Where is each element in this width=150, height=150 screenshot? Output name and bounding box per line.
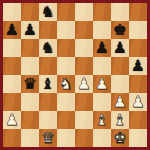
square-b7[interactable]: ♟ [21,21,39,39]
square-d1[interactable] [57,129,75,147]
black-pawn-h5: ♟ [129,57,147,75]
white-queen-c1: ♛ [39,129,57,147]
white-pawn-e4: ♟ [75,75,93,93]
square-e1[interactable] [75,129,93,147]
square-a3[interactable] [3,93,21,111]
square-f7[interactable] [93,21,111,39]
white-knight-d4: ♞ [57,75,75,93]
square-g2[interactable]: ♝ [111,111,129,129]
square-a1[interactable] [3,129,21,147]
square-a7[interactable]: ♟ [3,21,21,39]
chess-board: ♞♟♟♚♞♟♟♟♛♝♞♟♟♟♟♟♝♝♛♚ [3,3,147,147]
square-c6[interactable]: ♞ [39,39,57,57]
square-d8[interactable] [57,3,75,21]
square-f4[interactable]: ♟ [93,75,111,93]
square-h5[interactable]: ♟ [129,57,147,75]
square-d6[interactable] [57,39,75,57]
white-pawn-g3: ♟ [111,93,129,111]
square-b3[interactable] [21,93,39,111]
square-b8[interactable] [21,3,39,21]
square-e6[interactable] [75,39,93,57]
square-c1[interactable]: ♛ [39,129,57,147]
square-g8[interactable] [111,3,129,21]
square-a8[interactable] [3,3,21,21]
square-h2[interactable] [129,111,147,129]
square-e4[interactable]: ♟ [75,75,93,93]
square-d3[interactable] [57,93,75,111]
square-e2[interactable] [75,111,93,129]
square-c7[interactable] [39,21,57,39]
square-f1[interactable] [93,129,111,147]
square-a4[interactable] [3,75,21,93]
square-b5[interactable] [21,57,39,75]
square-d5[interactable] [57,57,75,75]
black-pawn-b7: ♟ [21,21,39,39]
square-g6[interactable]: ♟ [111,39,129,57]
square-f5[interactable] [93,57,111,75]
square-f2[interactable]: ♝ [93,111,111,129]
square-g1[interactable]: ♚ [111,129,129,147]
white-pawn-a2: ♟ [3,111,21,129]
board-frame: ♞♟♟♚♞♟♟♟♛♝♞♟♟♟♟♟♝♝♛♚ [0,0,150,150]
white-bishop-g2: ♝ [111,111,129,129]
black-pawn-f6: ♟ [93,39,111,57]
white-pawn-f4: ♟ [93,75,111,93]
square-a5[interactable] [3,57,21,75]
square-d4[interactable]: ♞ [57,75,75,93]
square-b2[interactable] [21,111,39,129]
black-king-g7: ♚ [111,21,129,39]
square-e5[interactable] [75,57,93,75]
square-h3[interactable]: ♟ [129,93,147,111]
black-pawn-a7: ♟ [3,21,21,39]
square-d7[interactable] [57,21,75,39]
square-f6[interactable]: ♟ [93,39,111,57]
square-e3[interactable] [75,93,93,111]
black-queen-b4: ♛ [21,75,39,93]
square-e7[interactable] [75,21,93,39]
square-h7[interactable] [129,21,147,39]
square-h8[interactable] [129,3,147,21]
square-a6[interactable] [3,39,21,57]
square-h1[interactable] [129,129,147,147]
black-knight-c8: ♞ [39,3,57,21]
square-h6[interactable] [129,39,147,57]
square-c3[interactable] [39,93,57,111]
square-b6[interactable] [21,39,39,57]
square-f8[interactable] [93,3,111,21]
square-a2[interactable]: ♟ [3,111,21,129]
square-b1[interactable] [21,129,39,147]
square-d2[interactable] [57,111,75,129]
white-bishop-f2: ♝ [93,111,111,129]
square-c8[interactable]: ♞ [39,3,57,21]
square-g7[interactable]: ♚ [111,21,129,39]
black-pawn-g6: ♟ [111,39,129,57]
black-knight-c6: ♞ [39,39,57,57]
square-g5[interactable] [111,57,129,75]
white-pawn-h3: ♟ [129,93,147,111]
square-c4[interactable]: ♝ [39,75,57,93]
square-c2[interactable] [39,111,57,129]
square-c5[interactable] [39,57,57,75]
square-e8[interactable] [75,3,93,21]
square-b4[interactable]: ♛ [21,75,39,93]
square-h4[interactable] [129,75,147,93]
square-f3[interactable] [93,93,111,111]
square-g4[interactable] [111,75,129,93]
square-g3[interactable]: ♟ [111,93,129,111]
white-king-g1: ♚ [111,129,129,147]
black-bishop-c4: ♝ [39,75,57,93]
